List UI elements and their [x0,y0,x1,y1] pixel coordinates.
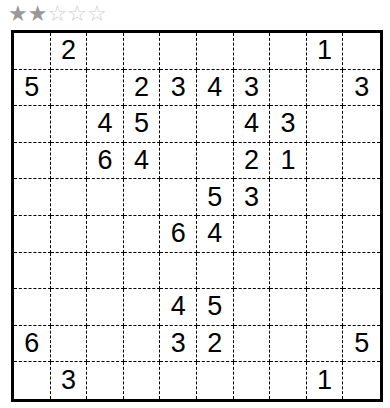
empty-cell-r1c1[interactable] [14,33,51,70]
difficulty-rating: ★★☆☆☆ [8,2,107,26]
empty-cell-r1c7[interactable] [234,33,271,70]
empty-cell-r7c9[interactable] [307,253,344,290]
empty-cell-r4c9[interactable] [307,143,344,180]
clue-cell-r3c4: 5 [124,106,161,143]
star-filled-icon: ★ [8,2,28,26]
clue-cell-r1c9: 1 [307,33,344,70]
clue-cell-r3c3: 4 [87,106,124,143]
empty-cell-r10c8[interactable] [270,362,307,399]
star-empty-icon: ☆ [47,2,67,26]
empty-cell-r6c7[interactable] [234,216,271,253]
empty-cell-r3c10[interactable] [343,106,380,143]
clue-cell-r3c8: 3 [270,106,307,143]
empty-cell-r7c7[interactable] [234,253,271,290]
empty-cell-r7c8[interactable] [270,253,307,290]
empty-cell-r5c5[interactable] [160,179,197,216]
empty-cell-r4c2[interactable] [51,143,88,180]
empty-cell-r9c2[interactable] [51,326,88,363]
clue-cell-r5c6: 5 [197,179,234,216]
empty-cell-r10c5[interactable] [160,362,197,399]
empty-cell-r2c8[interactable] [270,70,307,107]
empty-cell-r7c3[interactable] [87,253,124,290]
empty-cell-r7c5[interactable] [160,253,197,290]
clue-cell-r10c9: 1 [307,362,344,399]
empty-cell-r5c2[interactable] [51,179,88,216]
empty-cell-r7c1[interactable] [14,253,51,290]
empty-cell-r8c7[interactable] [234,289,271,326]
empty-cell-r6c1[interactable] [14,216,51,253]
empty-cell-r1c10[interactable] [343,33,380,70]
empty-cell-r10c1[interactable] [14,362,51,399]
empty-cell-r2c2[interactable] [51,70,88,107]
clue-cell-r2c1: 5 [14,70,51,107]
empty-cell-r1c5[interactable] [160,33,197,70]
clue-cell-r2c6: 4 [197,70,234,107]
empty-cell-r1c6[interactable] [197,33,234,70]
empty-cell-r8c10[interactable] [343,289,380,326]
clue-cell-r2c5: 3 [160,70,197,107]
empty-cell-r9c4[interactable] [124,326,161,363]
clue-cell-r6c5: 6 [160,216,197,253]
clue-cell-r5c7: 3 [234,179,271,216]
empty-cell-r4c6[interactable] [197,143,234,180]
empty-cell-r6c2[interactable] [51,216,88,253]
empty-cell-r1c4[interactable] [124,33,161,70]
star-empty-icon: ☆ [87,2,107,26]
clue-cell-r4c3: 6 [87,143,124,180]
clue-cell-r4c7: 2 [234,143,271,180]
empty-cell-r5c1[interactable] [14,179,51,216]
star-filled-icon: ★ [28,2,48,26]
empty-cell-r3c6[interactable] [197,106,234,143]
empty-cell-r3c2[interactable] [51,106,88,143]
empty-cell-r3c1[interactable] [14,106,51,143]
empty-cell-r5c8[interactable] [270,179,307,216]
clue-cell-r10c2: 3 [51,362,88,399]
empty-cell-r1c8[interactable] [270,33,307,70]
empty-cell-r10c10[interactable] [343,362,380,399]
empty-cell-r4c10[interactable] [343,143,380,180]
clue-cell-r2c7: 3 [234,70,271,107]
empty-cell-r7c6[interactable] [197,253,234,290]
empty-cell-r2c9[interactable] [307,70,344,107]
empty-cell-r6c4[interactable] [124,216,161,253]
empty-cell-r10c4[interactable] [124,362,161,399]
empty-cell-r6c3[interactable] [87,216,124,253]
puzzle-page: ★★☆☆☆ 2152343345436421536445632531 [0,0,390,408]
clue-cell-r9c5: 3 [160,326,197,363]
empty-cell-r8c8[interactable] [270,289,307,326]
empty-cell-r9c7[interactable] [234,326,271,363]
empty-cell-r8c1[interactable] [14,289,51,326]
empty-cell-r8c9[interactable] [307,289,344,326]
empty-cell-r10c3[interactable] [87,362,124,399]
empty-cell-r5c9[interactable] [307,179,344,216]
puzzle-board: 2152343345436421536445632531 [11,30,383,402]
star-empty-icon: ☆ [67,2,87,26]
empty-cell-r6c10[interactable] [343,216,380,253]
clue-cell-r1c2: 2 [51,33,88,70]
empty-cell-r2c3[interactable] [87,70,124,107]
empty-cell-r8c2[interactable] [51,289,88,326]
empty-cell-r9c9[interactable] [307,326,344,363]
empty-cell-r4c5[interactable] [160,143,197,180]
clue-cell-r8c6: 5 [197,289,234,326]
empty-cell-r9c3[interactable] [87,326,124,363]
clue-cell-r4c4: 4 [124,143,161,180]
empty-cell-r6c9[interactable] [307,216,344,253]
empty-cell-r5c3[interactable] [87,179,124,216]
empty-cell-r6c8[interactable] [270,216,307,253]
empty-cell-r3c9[interactable] [307,106,344,143]
empty-cell-r5c4[interactable] [124,179,161,216]
clue-cell-r2c10: 3 [343,70,380,107]
clue-cell-r6c6: 4 [197,216,234,253]
empty-cell-r4c1[interactable] [14,143,51,180]
empty-cell-r1c3[interactable] [87,33,124,70]
empty-cell-r7c10[interactable] [343,253,380,290]
empty-cell-r5c10[interactable] [343,179,380,216]
empty-cell-r8c4[interactable] [124,289,161,326]
empty-cell-r10c6[interactable] [197,362,234,399]
clue-cell-r3c7: 4 [234,106,271,143]
clue-cell-r4c8: 1 [270,143,307,180]
clue-cell-r9c1: 6 [14,326,51,363]
clue-cell-r9c10: 5 [343,326,380,363]
clue-cell-r2c4: 2 [124,70,161,107]
empty-cell-r9c8[interactable] [270,326,307,363]
empty-cell-r7c4[interactable] [124,253,161,290]
empty-cell-r10c7[interactable] [234,362,271,399]
empty-cell-r7c2[interactable] [51,253,88,290]
clue-cell-r9c6: 2 [197,326,234,363]
empty-cell-r3c5[interactable] [160,106,197,143]
clue-cell-r8c5: 4 [160,289,197,326]
empty-cell-r8c3[interactable] [87,289,124,326]
